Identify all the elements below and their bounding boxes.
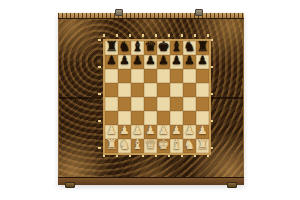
piece-black-knight[interactable]: ♞ (183, 39, 196, 53)
square-c5[interactable] (131, 83, 144, 97)
piece-black-rook[interactable]: ♜ (105, 39, 118, 53)
piece-black-pawn[interactable]: ♟ (118, 53, 131, 67)
square-b1[interactable]: ♞ (118, 139, 131, 153)
box-bottom-edge (58, 177, 244, 185)
box-top-edge (58, 13, 244, 19)
square-a4[interactable] (105, 97, 118, 111)
fold-seam-right (207, 97, 243, 99)
square-f5[interactable] (170, 83, 183, 97)
piece-black-pawn[interactable]: ♟ (196, 53, 209, 67)
piece-black-rook[interactable]: ♜ (196, 39, 209, 53)
square-b7[interactable]: ♟ (118, 55, 131, 69)
square-f1[interactable]: ♝ (170, 139, 183, 153)
piece-white-pawn[interactable]: ♟ (131, 123, 144, 137)
piece-white-queen[interactable]: ♛ (144, 137, 157, 151)
piece-white-pawn[interactable]: ♟ (144, 123, 157, 137)
piece-black-pawn[interactable]: ♟ (183, 53, 196, 67)
square-d4[interactable] (144, 97, 157, 111)
piece-black-bishop[interactable]: ♝ (131, 39, 144, 53)
square-c7[interactable]: ♟ (131, 55, 144, 69)
hinge-icon (195, 9, 203, 16)
piece-black-pawn[interactable]: ♟ (105, 53, 118, 67)
square-g6[interactable] (183, 69, 196, 83)
square-g1[interactable]: ♞ (183, 139, 196, 153)
piece-black-king[interactable]: ♚ (157, 39, 170, 53)
square-f6[interactable] (170, 69, 183, 83)
piece-white-king[interactable]: ♚ (157, 137, 170, 151)
square-h1[interactable]: ♜ (196, 139, 209, 153)
product-photo: ♜♞♝♛♚♝♞♜♟♟♟♟♟♟♟♟♟♟♟♟♟♟♟♟♜♞♝♛♚♝♞♜ (0, 0, 300, 200)
chess-box: ♜♞♝♛♚♝♞♜♟♟♟♟♟♟♟♟♟♟♟♟♟♟♟♟♜♞♝♛♚♝♞♜ (58, 13, 244, 185)
square-a7[interactable]: ♟ (105, 55, 118, 69)
square-c1[interactable]: ♝ (131, 139, 144, 153)
square-b6[interactable] (118, 69, 131, 83)
piece-white-bishop[interactable]: ♝ (170, 137, 183, 151)
hinge-icon (115, 9, 123, 16)
square-h6[interactable] (196, 69, 209, 83)
piece-black-queen[interactable]: ♛ (144, 39, 157, 53)
square-a1[interactable]: ♜ (105, 139, 118, 153)
square-d7[interactable]: ♟ (144, 55, 157, 69)
square-e6[interactable] (157, 69, 170, 83)
square-c4[interactable] (131, 97, 144, 111)
square-e1[interactable]: ♚ (157, 139, 170, 153)
square-d1[interactable]: ♛ (144, 139, 157, 153)
chess-board: ♜♞♝♛♚♝♞♜♟♟♟♟♟♟♟♟♟♟♟♟♟♟♟♟♜♞♝♛♚♝♞♜ (103, 39, 211, 155)
square-f4[interactable] (170, 97, 183, 111)
square-d5[interactable] (144, 83, 157, 97)
square-b4[interactable] (118, 97, 131, 111)
piece-white-pawn[interactable]: ♟ (170, 123, 183, 137)
piece-white-rook[interactable]: ♜ (196, 137, 209, 151)
piece-white-rook[interactable]: ♜ (105, 137, 118, 151)
square-a5[interactable] (105, 83, 118, 97)
square-g7[interactable]: ♟ (183, 55, 196, 69)
square-b5[interactable] (118, 83, 131, 97)
piece-black-knight[interactable]: ♞ (118, 39, 131, 53)
piece-black-bishop[interactable]: ♝ (170, 39, 183, 53)
piece-white-pawn[interactable]: ♟ (157, 123, 170, 137)
piece-white-bishop[interactable]: ♝ (131, 137, 144, 151)
clasp-icon (65, 182, 75, 188)
piece-white-knight[interactable]: ♞ (183, 137, 196, 151)
square-h4[interactable] (196, 97, 209, 111)
piece-black-pawn[interactable]: ♟ (131, 53, 144, 67)
clasp-icon (227, 182, 237, 188)
piece-white-pawn[interactable]: ♟ (183, 123, 196, 137)
square-d6[interactable] (144, 69, 157, 83)
square-c6[interactable] (131, 69, 144, 83)
fold-seam-left (59, 97, 101, 99)
square-e4[interactable] (157, 97, 170, 111)
square-h7[interactable]: ♟ (196, 55, 209, 69)
piece-black-pawn[interactable]: ♟ (144, 53, 157, 67)
square-e5[interactable] (157, 83, 170, 97)
piece-black-pawn[interactable]: ♟ (157, 53, 170, 67)
piece-black-pawn[interactable]: ♟ (170, 53, 183, 67)
piece-white-pawn[interactable]: ♟ (196, 123, 209, 137)
piece-white-pawn[interactable]: ♟ (105, 123, 118, 137)
square-f7[interactable]: ♟ (170, 55, 183, 69)
square-e7[interactable]: ♟ (157, 55, 170, 69)
square-g5[interactable] (183, 83, 196, 97)
square-h5[interactable] (196, 83, 209, 97)
square-a6[interactable] (105, 69, 118, 83)
piece-white-knight[interactable]: ♞ (118, 137, 131, 151)
piece-white-pawn[interactable]: ♟ (118, 123, 131, 137)
square-g4[interactable] (183, 97, 196, 111)
